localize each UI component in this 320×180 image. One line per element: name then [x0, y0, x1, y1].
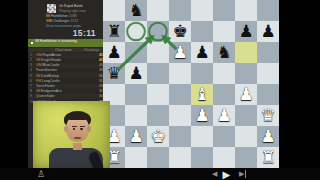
- square-f2[interactable]: [213, 126, 235, 147]
- square-c1[interactable]: [147, 147, 169, 168]
- streamer-webcam: [33, 101, 110, 168]
- square-f8[interactable]: [213, 0, 235, 21]
- square-c7[interactable]: [147, 21, 169, 42]
- square-f6[interactable]: [213, 42, 235, 63]
- square-e5[interactable]: [191, 63, 213, 84]
- square-a6[interactable]: [103, 42, 125, 63]
- player-row[interactable]: IM Hambleton 2488: [46, 14, 77, 17]
- square-g2[interactable]: [235, 126, 257, 147]
- mini-board-icon: [47, 4, 56, 13]
- square-g1[interactable]: [235, 147, 257, 168]
- square-b3[interactable]: [125, 105, 147, 126]
- sidebar-tabs: Chat room Standings: [28, 48, 105, 53]
- square-e4[interactable]: [191, 84, 213, 105]
- square-f3[interactable]: [213, 105, 235, 126]
- square-c6[interactable]: [147, 42, 169, 63]
- square-e3[interactable]: [191, 105, 213, 126]
- square-g8[interactable]: [235, 0, 257, 21]
- streamer-banner-label: IM Hambleton is streaming: [35, 39, 77, 43]
- square-e8[interactable]: [191, 0, 213, 21]
- square-h6[interactable]: [257, 42, 279, 63]
- tab-chat[interactable]: Chat room: [55, 48, 71, 52]
- move-navigation: ◀ ▶ ▶: [212, 168, 246, 180]
- square-h1[interactable]: [257, 147, 279, 168]
- square-d1[interactable]: [169, 147, 191, 168]
- standings-list: 1GM RapidArrow452IM KnightShade433GM Blu…: [28, 53, 105, 105]
- square-c3[interactable]: [147, 105, 169, 126]
- pawn-icon: ♙: [37, 168, 45, 180]
- square-a7[interactable]: [103, 21, 125, 42]
- square-f5[interactable]: [213, 63, 235, 84]
- square-b1[interactable]: [125, 147, 147, 168]
- event-title: 1h Rapid Battle: [59, 4, 83, 8]
- live-dot-icon: [31, 42, 33, 44]
- square-c4[interactable]: [147, 84, 169, 105]
- square-b5[interactable]: [125, 63, 147, 84]
- app-window: 1h Rapid Battle Playing right now IM Ham…: [0, 0, 320, 180]
- next-move-button[interactable]: ▶: [239, 170, 246, 178]
- square-f1[interactable]: [213, 147, 235, 168]
- square-h2[interactable]: [257, 126, 279, 147]
- square-b2[interactable]: [125, 126, 147, 147]
- square-d7[interactable]: [169, 21, 191, 42]
- square-h5[interactable]: [257, 63, 279, 84]
- square-b4[interactable]: [125, 84, 147, 105]
- square-b7[interactable]: [125, 21, 147, 42]
- square-h8[interactable]: [257, 0, 279, 21]
- square-e7[interactable]: [191, 21, 213, 42]
- square-c8[interactable]: [147, 0, 169, 21]
- square-d6[interactable]: [169, 42, 191, 63]
- square-f7[interactable]: [213, 21, 235, 42]
- square-d5[interactable]: [169, 63, 191, 84]
- square-d4[interactable]: [169, 84, 191, 105]
- square-g5[interactable]: [235, 63, 257, 84]
- streamer-banner[interactable]: IM Hambleton is streaming: [28, 39, 105, 47]
- square-g7[interactable]: [235, 21, 257, 42]
- square-e6[interactable]: [191, 42, 213, 63]
- square-g6[interactable]: [235, 42, 257, 63]
- square-d8[interactable]: [169, 0, 191, 21]
- prev-move-button[interactable]: ◀: [212, 170, 217, 178]
- player-row[interactable]: GM Challenger 2512: [46, 19, 78, 22]
- square-a8[interactable]: [103, 0, 125, 21]
- square-c2[interactable]: [147, 126, 169, 147]
- square-a5[interactable]: [103, 63, 125, 84]
- square-e1[interactable]: [191, 147, 213, 168]
- square-d2[interactable]: [169, 126, 191, 147]
- square-g3[interactable]: [235, 105, 257, 126]
- tab-standings[interactable]: Standings: [84, 48, 100, 52]
- chess-board[interactable]: ♞♜♚♟♟♟♟♟♞♛♟♝♟♟♟♛♟♟♚♟♜♜: [103, 0, 279, 169]
- play-button[interactable]: ▶: [222, 169, 230, 180]
- square-g4[interactable]: [235, 84, 257, 105]
- square-c5[interactable]: [147, 63, 169, 84]
- square-b8[interactable]: [125, 0, 147, 21]
- tournament-clock: 15:11: [73, 28, 96, 38]
- square-h7[interactable]: [257, 21, 279, 42]
- square-e2[interactable]: [191, 126, 213, 147]
- square-b6[interactable]: [125, 42, 147, 63]
- square-f4[interactable]: [213, 84, 235, 105]
- bottom-bar: ♙ ◀ ▶ ▶: [0, 168, 320, 180]
- event-status: Playing right now: [59, 9, 86, 13]
- square-h3[interactable]: [257, 105, 279, 126]
- square-d3[interactable]: [169, 105, 191, 126]
- square-h4[interactable]: [257, 84, 279, 105]
